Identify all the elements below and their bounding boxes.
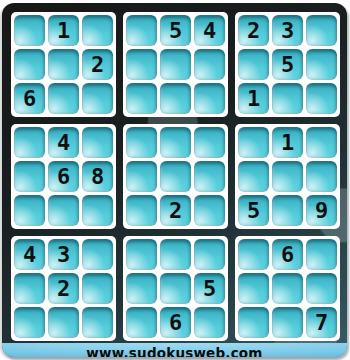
cell-r9c8[interactable] xyxy=(272,307,303,338)
cell-r6c7[interactable]: 5 xyxy=(238,195,269,226)
sudoku-board: 12654235146821594325667 xyxy=(2,3,347,341)
cell-r4c1[interactable] xyxy=(14,127,45,158)
cell-r1c8[interactable]: 3 xyxy=(272,15,303,46)
cell-r6c4[interactable] xyxy=(126,195,157,226)
cell-r5c5[interactable] xyxy=(160,161,191,192)
cell-r9c5[interactable]: 6 xyxy=(160,307,191,338)
cell-r9c2[interactable] xyxy=(48,307,79,338)
cell-r6c5[interactable]: 2 xyxy=(160,195,191,226)
cell-r6c3[interactable] xyxy=(82,195,113,226)
cell-r9c6[interactable] xyxy=(194,307,225,338)
cell-r2c9[interactable] xyxy=(306,49,337,80)
cell-r7c6[interactable] xyxy=(194,239,225,270)
cell-r1c5[interactable]: 5 xyxy=(160,15,191,46)
cell-r4c4[interactable] xyxy=(126,127,157,158)
cell-r8c6[interactable]: 5 xyxy=(194,273,225,304)
cell-r3c9[interactable] xyxy=(306,83,337,114)
cell-r1c6[interactable]: 4 xyxy=(194,15,225,46)
cell-r1c2[interactable]: 1 xyxy=(48,15,79,46)
cell-r8c2[interactable]: 2 xyxy=(48,273,79,304)
cell-r8c7[interactable] xyxy=(238,273,269,304)
cell-r2c3[interactable]: 2 xyxy=(82,49,113,80)
cell-r5c1[interactable] xyxy=(14,161,45,192)
cell-r5c8[interactable] xyxy=(272,161,303,192)
cell-r3c7[interactable]: 1 xyxy=(238,83,269,114)
cell-r2c5[interactable] xyxy=(160,49,191,80)
cell-r1c3[interactable] xyxy=(82,15,113,46)
cell-r3c4[interactable] xyxy=(126,83,157,114)
cell-r3c5[interactable] xyxy=(160,83,191,114)
box-r3c3: 67 xyxy=(235,236,340,341)
cell-r3c8[interactable] xyxy=(272,83,303,114)
cell-r7c1[interactable]: 4 xyxy=(14,239,45,270)
box-r2c1: 468 xyxy=(11,124,116,229)
cell-r5c3[interactable]: 8 xyxy=(82,161,113,192)
cell-r1c1[interactable] xyxy=(14,15,45,46)
cell-r5c2[interactable]: 6 xyxy=(48,161,79,192)
cell-r9c9[interactable]: 7 xyxy=(306,307,337,338)
cell-r2c1[interactable] xyxy=(14,49,45,80)
sudoku-plaque: 12654235146821594325667 www.sudokusweb.c… xyxy=(2,3,347,357)
cell-r7c9[interactable] xyxy=(306,239,337,270)
cell-r5c4[interactable] xyxy=(126,161,157,192)
cell-r8c1[interactable] xyxy=(14,273,45,304)
cell-r4c2[interactable]: 4 xyxy=(48,127,79,158)
box-r3c2: 56 xyxy=(123,236,228,341)
cell-r6c1[interactable] xyxy=(14,195,45,226)
cell-r5c9[interactable] xyxy=(306,161,337,192)
cell-r3c6[interactable] xyxy=(194,83,225,114)
cell-r4c6[interactable] xyxy=(194,127,225,158)
cell-r9c1[interactable] xyxy=(14,307,45,338)
cell-r2c8[interactable]: 5 xyxy=(272,49,303,80)
cell-r2c4[interactable] xyxy=(126,49,157,80)
cell-r7c5[interactable] xyxy=(160,239,191,270)
cell-r5c7[interactable] xyxy=(238,161,269,192)
cell-r6c8[interactable] xyxy=(272,195,303,226)
box-r2c2: 2 xyxy=(123,124,228,229)
cell-r7c7[interactable] xyxy=(238,239,269,270)
cell-r4c8[interactable]: 1 xyxy=(272,127,303,158)
cell-r8c8[interactable] xyxy=(272,273,303,304)
cell-r4c9[interactable] xyxy=(306,127,337,158)
box-r1c2: 54 xyxy=(123,12,228,117)
footer-band: www.sudokusweb.com xyxy=(2,343,347,357)
cell-r2c2[interactable] xyxy=(48,49,79,80)
cell-r2c6[interactable] xyxy=(194,49,225,80)
cell-r5c6[interactable] xyxy=(194,161,225,192)
cell-r3c1[interactable]: 6 xyxy=(14,83,45,114)
cell-r1c4[interactable] xyxy=(126,15,157,46)
cell-r4c7[interactable] xyxy=(238,127,269,158)
box-r1c1: 126 xyxy=(11,12,116,117)
cell-r6c2[interactable] xyxy=(48,195,79,226)
site-url: www.sudokusweb.com xyxy=(86,345,262,357)
cell-r7c3[interactable] xyxy=(82,239,113,270)
cell-r6c6[interactable] xyxy=(194,195,225,226)
cell-r8c9[interactable] xyxy=(306,273,337,304)
cell-r4c5[interactable] xyxy=(160,127,191,158)
cell-r8c5[interactable] xyxy=(160,273,191,304)
cell-r8c4[interactable] xyxy=(126,273,157,304)
cell-r9c7[interactable] xyxy=(238,307,269,338)
box-r3c1: 432 xyxy=(11,236,116,341)
cell-r9c3[interactable] xyxy=(82,307,113,338)
cell-r2c7[interactable] xyxy=(238,49,269,80)
cell-r1c7[interactable]: 2 xyxy=(238,15,269,46)
cell-r7c4[interactable] xyxy=(126,239,157,270)
cell-r3c3[interactable] xyxy=(82,83,113,114)
box-r1c3: 2351 xyxy=(235,12,340,117)
cell-r4c3[interactable] xyxy=(82,127,113,158)
cell-r1c9[interactable] xyxy=(306,15,337,46)
page-background: 12654235146821594325667 www.sudokusweb.c… xyxy=(0,0,350,360)
cell-r7c8[interactable]: 6 xyxy=(272,239,303,270)
cell-r6c9[interactable]: 9 xyxy=(306,195,337,226)
cell-r7c2[interactable]: 3 xyxy=(48,239,79,270)
box-r2c3: 159 xyxy=(235,124,340,229)
cell-r9c4[interactable] xyxy=(126,307,157,338)
cell-r3c2[interactable] xyxy=(48,83,79,114)
cell-r8c3[interactable] xyxy=(82,273,113,304)
